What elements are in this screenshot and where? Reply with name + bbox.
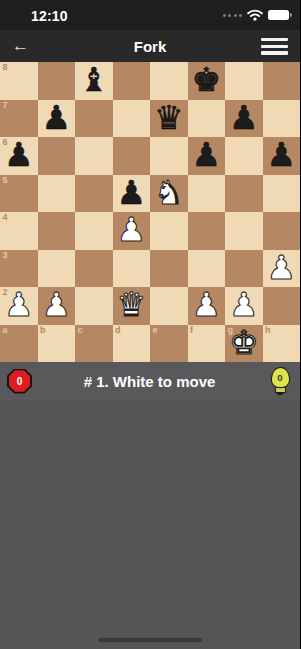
square-g7[interactable]: ♟: [225, 100, 263, 138]
cellular-signal-icon: [223, 14, 243, 17]
file-label-e: e: [153, 326, 158, 335]
square-b4[interactable]: [38, 212, 76, 250]
square-b6[interactable]: [38, 137, 76, 175]
square-g8[interactable]: [225, 62, 263, 100]
square-f1[interactable]: f: [188, 325, 226, 363]
square-e4[interactable]: [150, 212, 188, 250]
square-g5[interactable]: [225, 175, 263, 213]
square-b1[interactable]: b: [38, 325, 76, 363]
white-queen-d2[interactable]: ♛: [116, 286, 146, 323]
white-pawn-g2[interactable]: ♟: [229, 286, 259, 323]
battery-icon: [268, 10, 289, 21]
wrong-moves-count: 0: [9, 370, 31, 392]
rank-label-4: 4: [3, 213, 8, 222]
nav-header: ← Fork: [0, 30, 300, 62]
square-a7[interactable]: 7: [0, 100, 38, 138]
rank-label-7: 7: [3, 101, 8, 110]
square-c7[interactable]: [75, 100, 113, 138]
black-pawn-a6[interactable]: ♟: [4, 136, 34, 173]
black-queen-e7[interactable]: ♛: [154, 99, 184, 136]
rank-label-5: 5: [3, 176, 8, 185]
square-b8[interactable]: [38, 62, 76, 100]
square-g6[interactable]: [225, 137, 263, 175]
black-bishop-c8[interactable]: ♝: [79, 61, 109, 98]
square-e2[interactable]: [150, 287, 188, 325]
hamburger-menu-icon[interactable]: [261, 38, 288, 55]
white-pawn-h3[interactable]: ♟: [266, 249, 296, 286]
white-king-g1[interactable]: ♚: [229, 324, 259, 361]
status-time: 12:10: [31, 8, 68, 24]
square-f4[interactable]: [188, 212, 226, 250]
square-d8[interactable]: [113, 62, 151, 100]
white-knight-e5[interactable]: ♞: [154, 174, 184, 211]
square-b2[interactable]: ♟: [38, 287, 76, 325]
square-e7[interactable]: ♛: [150, 100, 188, 138]
status-icons: [223, 0, 290, 30]
white-pawn-a2[interactable]: ♟: [4, 286, 34, 323]
square-g2[interactable]: ♟: [225, 287, 263, 325]
white-pawn-f2[interactable]: ♟: [191, 286, 221, 323]
status-bar: 12:10: [0, 0, 300, 30]
square-g1[interactable]: g♚: [225, 325, 263, 363]
square-e5[interactable]: ♞: [150, 175, 188, 213]
square-a1[interactable]: a: [0, 325, 38, 363]
content-area: [0, 400, 300, 649]
file-label-a: a: [3, 326, 8, 335]
square-c1[interactable]: c: [75, 325, 113, 363]
square-h8[interactable]: [263, 62, 301, 100]
puzzle-status-text: # 1. White to move: [32, 373, 267, 390]
black-pawn-d5[interactable]: ♟: [116, 174, 146, 211]
square-c2[interactable]: [75, 287, 113, 325]
square-a5[interactable]: 5: [0, 175, 38, 213]
square-a2[interactable]: 2♟: [0, 287, 38, 325]
wifi-icon: [247, 9, 263, 21]
square-b5[interactable]: [38, 175, 76, 213]
square-c4[interactable]: [75, 212, 113, 250]
square-b7[interactable]: ♟: [38, 100, 76, 138]
square-h4[interactable]: [263, 212, 301, 250]
page-title: Fork: [0, 38, 300, 55]
file-label-d: d: [115, 326, 121, 335]
square-c3[interactable]: [75, 250, 113, 288]
square-a8[interactable]: 8: [0, 62, 38, 100]
square-h7[interactable]: [263, 100, 301, 138]
black-pawn-h6[interactable]: ♟: [266, 136, 296, 173]
rank-label-8: 8: [3, 63, 8, 72]
square-h1[interactable]: h: [263, 325, 301, 363]
square-d2[interactable]: ♛: [113, 287, 151, 325]
square-e3[interactable]: [150, 250, 188, 288]
square-f6[interactable]: ♟: [188, 137, 226, 175]
hint-lightbulb-icon: 0: [271, 367, 290, 388]
wrong-moves-badge: 0: [7, 369, 32, 394]
square-d1[interactable]: d: [113, 325, 151, 363]
square-d6[interactable]: [113, 137, 151, 175]
hint-lightbulb-button[interactable]: 0: [267, 367, 293, 396]
square-f5[interactable]: [188, 175, 226, 213]
file-label-f: f: [190, 326, 193, 335]
square-d5[interactable]: ♟: [113, 175, 151, 213]
square-e8[interactable]: [150, 62, 188, 100]
square-e6[interactable]: [150, 137, 188, 175]
file-label-c: c: [78, 326, 83, 335]
black-king-f8[interactable]: ♚: [191, 61, 221, 98]
square-d7[interactable]: [113, 100, 151, 138]
square-a3[interactable]: 3: [0, 250, 38, 288]
chess-board: 8♝♚7♟♛♟6♟♟♟5♟♞4♟3♟2♟♟♛♟♟abcdefg♚h: [0, 62, 300, 362]
square-h6[interactable]: ♟: [263, 137, 301, 175]
black-pawn-b7[interactable]: ♟: [41, 99, 71, 136]
white-pawn-b2[interactable]: ♟: [41, 286, 71, 323]
hint-count: 0: [277, 372, 282, 383]
square-h2[interactable]: [263, 287, 301, 325]
file-label-b: b: [40, 326, 46, 335]
square-a6[interactable]: 6♟: [0, 137, 38, 175]
square-g3[interactable]: [225, 250, 263, 288]
white-pawn-d4[interactable]: ♟: [116, 211, 146, 248]
square-f7[interactable]: [188, 100, 226, 138]
square-f2[interactable]: ♟: [188, 287, 226, 325]
app-screen: 12:10 ← Fork 8♝♚7♟♛♟6♟♟♟5♟♞4♟3♟2♟♟♛♟♟abc…: [0, 0, 300, 649]
puzzle-status-bar: 0 # 1. White to move 0: [0, 362, 300, 400]
square-h5[interactable]: [263, 175, 301, 213]
square-a4[interactable]: 4: [0, 212, 38, 250]
square-f3[interactable]: [188, 250, 226, 288]
square-c8[interactable]: ♝: [75, 62, 113, 100]
square-d4[interactable]: ♟: [113, 212, 151, 250]
black-pawn-f6[interactable]: ♟: [191, 136, 221, 173]
square-f8[interactable]: ♚: [188, 62, 226, 100]
square-e1[interactable]: e: [150, 325, 188, 363]
file-label-h: h: [265, 326, 271, 335]
square-c6[interactable]: [75, 137, 113, 175]
square-g4[interactable]: [225, 212, 263, 250]
square-c5[interactable]: [75, 175, 113, 213]
rank-label-3: 3: [3, 251, 8, 260]
square-d3[interactable]: [113, 250, 151, 288]
square-b3[interactable]: [38, 250, 76, 288]
back-arrow-icon[interactable]: ←: [12, 36, 29, 56]
black-pawn-g7[interactable]: ♟: [229, 99, 259, 136]
square-h3[interactable]: ♟: [263, 250, 301, 288]
home-indicator[interactable]: [98, 638, 202, 642]
